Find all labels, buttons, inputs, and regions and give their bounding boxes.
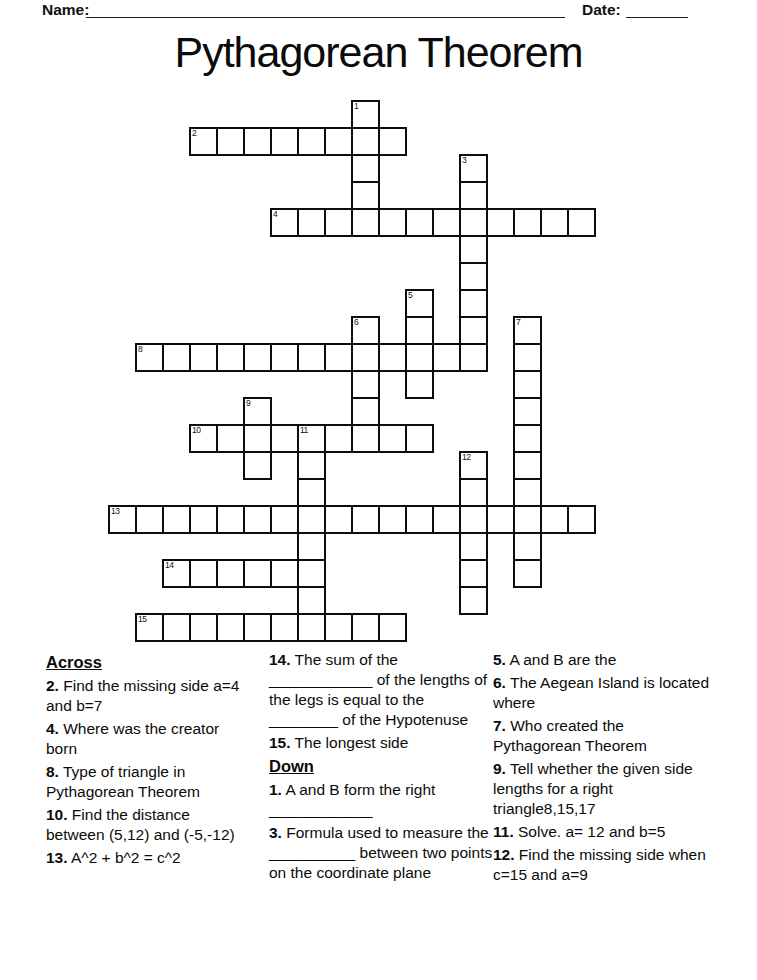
grid-cell-r16c13[interactable] [459, 532, 488, 561]
grid-cell-r17c7[interactable] [297, 559, 326, 588]
clue-across-4: 4. Where was the creator born [46, 719, 251, 759]
grid-cell-r7c11[interactable]: 5 [405, 289, 434, 318]
grid-cell-r1c6[interactable] [270, 127, 299, 156]
clue-down-11: 11. Solve. a= 12 and b=5 [493, 822, 713, 842]
crossword-grid: 123456789101112131415 [108, 100, 596, 642]
grid-cell-r13c5[interactable] [243, 451, 272, 480]
grid-cell-r19c4[interactable] [216, 613, 245, 642]
grid-cell-r8c11[interactable] [405, 316, 434, 345]
grid-cell-r9c13[interactable] [459, 343, 488, 372]
grid-cell-r14c7[interactable] [297, 478, 326, 507]
clue-column-1: Across2. Find the missing side a=4 and b… [46, 650, 251, 871]
grid-cell-r9c12[interactable] [432, 343, 461, 372]
grid-cell-r4c6[interactable]: 4 [270, 208, 299, 237]
grid-cell-r15c5[interactable] [243, 505, 272, 534]
grid-cell-r9c2[interactable] [162, 343, 191, 372]
grid-cell-r13c13[interactable]: 12 [459, 451, 488, 480]
grid-cell-r0c9[interactable]: 1 [351, 100, 380, 129]
clue-across-10: 10. Find the distance between (5,12) and… [46, 805, 251, 845]
grid-cell-r12c11[interactable] [405, 424, 434, 453]
grid-cell-r15c2[interactable] [162, 505, 191, 534]
clue-down-7: 7. Who created the Pythagorean Theorem [493, 716, 713, 756]
grid-cell-r3c13[interactable] [459, 181, 488, 210]
clue-column-2: 14. The sum of the ____________ of the l… [269, 650, 497, 886]
cell-number-3: 3 [462, 156, 466, 165]
grid-cell-r13c7[interactable] [297, 451, 326, 480]
grid-cell-r9c1[interactable]: 8 [135, 343, 164, 372]
grid-cell-r6c13[interactable] [459, 262, 488, 291]
grid-cell-r9c9[interactable] [351, 343, 380, 372]
grid-cell-r8c13[interactable] [459, 316, 488, 345]
grid-cell-r4c9[interactable] [351, 208, 380, 237]
grid-cell-r4c8[interactable] [324, 208, 353, 237]
grid-cell-r4c7[interactable] [297, 208, 326, 237]
grid-cell-r4c11[interactable] [405, 208, 434, 237]
grid-cell-r1c4[interactable] [216, 127, 245, 156]
grid-cell-r17c3[interactable] [189, 559, 218, 588]
cell-number-10: 10 [192, 426, 200, 435]
cell-number-14: 14 [165, 561, 173, 570]
grid-cell-r14c13[interactable] [459, 478, 488, 507]
grid-cell-r10c11[interactable] [405, 370, 434, 399]
grid-cell-r17c2[interactable]: 14 [162, 559, 191, 588]
grid-cell-r4c14[interactable] [486, 208, 515, 237]
date-field-label: Date: [582, 1, 621, 19]
grid-cell-r19c9[interactable] [351, 613, 380, 642]
grid-cell-r19c2[interactable] [162, 613, 191, 642]
clue-column-3: 5. A and B are the6. The Aegean Island i… [493, 650, 713, 888]
name-field-line[interactable] [86, 2, 565, 18]
grid-cell-r9c10[interactable] [378, 343, 407, 372]
grid-cell-r17c15[interactable] [513, 559, 542, 588]
grid-cell-r15c11[interactable] [405, 505, 434, 534]
grid-cell-r8c9[interactable]: 6 [351, 316, 380, 345]
clue-across-13: 13. A^2 + b^2 = c^2 [46, 848, 251, 868]
grid-cell-r11c15[interactable] [513, 397, 542, 426]
grid-cell-r15c7[interactable] [297, 505, 326, 534]
grid-cell-r19c6[interactable] [270, 613, 299, 642]
cell-number-6: 6 [354, 318, 358, 327]
grid-cell-r1c8[interactable] [324, 127, 353, 156]
grid-cell-r15c15[interactable] [513, 505, 542, 534]
grid-cell-r1c3[interactable]: 2 [189, 127, 218, 156]
grid-cell-r19c7[interactable] [297, 613, 326, 642]
grid-cell-r12c9[interactable] [351, 424, 380, 453]
grid-cell-r10c9[interactable] [351, 370, 380, 399]
grid-cell-r17c4[interactable] [216, 559, 245, 588]
cell-number-13: 13 [111, 507, 119, 516]
grid-cell-r5c13[interactable] [459, 235, 488, 264]
cell-number-15: 15 [138, 615, 146, 624]
grid-cell-r18c13[interactable] [459, 586, 488, 615]
grid-cell-r9c7[interactable] [297, 343, 326, 372]
grid-cell-r15c0[interactable]: 13 [108, 505, 137, 534]
cell-number-4: 4 [273, 210, 277, 219]
clue-down-9: 9. Tell whether the given side lengths f… [493, 759, 713, 819]
grid-cell-r15c16[interactable] [540, 505, 569, 534]
cell-number-11: 11 [300, 426, 308, 435]
cell-number-12: 12 [462, 453, 470, 462]
clue-down-12: 12. Find the missing side when c=15 and … [493, 845, 713, 885]
grid-cell-r9c4[interactable] [216, 343, 245, 372]
grid-cell-r9c5[interactable] [243, 343, 272, 372]
grid-cell-r15c4[interactable] [216, 505, 245, 534]
grid-cell-r15c1[interactable] [135, 505, 164, 534]
grid-cell-r3c9[interactable] [351, 181, 380, 210]
grid-cell-r9c6[interactable] [270, 343, 299, 372]
grid-cell-r2c9[interactable] [351, 154, 380, 183]
worksheet-title: Pythagorean Theorem [0, 28, 757, 77]
grid-cell-r4c10[interactable] [378, 208, 407, 237]
grid-cell-r4c12[interactable] [432, 208, 461, 237]
grid-cell-r11c9[interactable] [351, 397, 380, 426]
clue-across-2: 2. Find the missing side a=4 and b=7 [46, 676, 251, 716]
grid-cell-r12c3[interactable]: 10 [189, 424, 218, 453]
grid-cell-r18c7[interactable] [297, 586, 326, 615]
grid-cell-r12c6[interactable] [270, 424, 299, 453]
cell-number-8: 8 [138, 345, 142, 354]
grid-cell-r15c9[interactable] [351, 505, 380, 534]
clue-down-3: 3. Formula used to measure the _________… [269, 823, 497, 883]
grid-cell-r8c15[interactable]: 7 [513, 316, 542, 345]
grid-cell-r12c5[interactable] [243, 424, 272, 453]
cell-number-5: 5 [408, 291, 412, 300]
grid-cell-r15c13[interactable] [459, 505, 488, 534]
grid-cell-r15c14[interactable] [486, 505, 515, 534]
grid-cell-r12c4[interactable] [216, 424, 245, 453]
grid-cell-r16c7[interactable] [297, 532, 326, 561]
clue-across-15: 15. The longest side [269, 733, 497, 753]
grid-cell-r19c5[interactable] [243, 613, 272, 642]
grid-cell-r16c15[interactable] [513, 532, 542, 561]
grid-cell-r4c17[interactable] [567, 208, 596, 237]
grid-cell-r12c8[interactable] [324, 424, 353, 453]
grid-cell-r15c12[interactable] [432, 505, 461, 534]
cell-number-1: 1 [354, 102, 358, 111]
grid-cell-r13c15[interactable] [513, 451, 542, 480]
grid-cell-r14c15[interactable] [513, 478, 542, 507]
grid-cell-r17c6[interactable] [270, 559, 299, 588]
grid-cell-r12c7[interactable]: 11 [297, 424, 326, 453]
clue-down-5: 5. A and B are the [493, 650, 713, 670]
worksheet-page: Name: Date: Pythagorean Theorem 12345678… [0, 0, 757, 980]
clue-list-header-across: Across [46, 652, 251, 672]
grid-cell-r15c8[interactable] [324, 505, 353, 534]
grid-cell-r15c6[interactable] [270, 505, 299, 534]
grid-cell-r9c11[interactable] [405, 343, 434, 372]
grid-cell-r4c13[interactable] [459, 208, 488, 237]
date-field-line[interactable] [626, 2, 688, 18]
grid-cell-r15c17[interactable] [567, 505, 596, 534]
clue-across-8: 8. Type of triangle in Pythagorean Theor… [46, 762, 251, 802]
grid-cell-r1c9[interactable] [351, 127, 380, 156]
grid-cell-r9c15[interactable] [513, 343, 542, 372]
grid-cell-r4c16[interactable] [540, 208, 569, 237]
grid-cell-r12c10[interactable] [378, 424, 407, 453]
cell-number-2: 2 [192, 129, 196, 138]
grid-cell-r1c5[interactable] [243, 127, 272, 156]
grid-cell-r15c10[interactable] [378, 505, 407, 534]
grid-cell-r19c10[interactable] [378, 613, 407, 642]
grid-cell-r9c8[interactable] [324, 343, 353, 372]
grid-cell-r19c3[interactable] [189, 613, 218, 642]
grid-cell-r9c3[interactable] [189, 343, 218, 372]
grid-cell-r19c1[interactable]: 15 [135, 613, 164, 642]
grid-cell-r7c13[interactable] [459, 289, 488, 318]
grid-cell-r1c7[interactable] [297, 127, 326, 156]
cell-number-9: 9 [246, 399, 250, 408]
cell-number-7: 7 [516, 318, 520, 327]
grid-cell-r19c8[interactable] [324, 613, 353, 642]
clue-down-1: 1. A and B form the right ____________ [269, 780, 497, 820]
grid-cell-r10c15[interactable] [513, 370, 542, 399]
name-field-label: Name: [42, 1, 89, 19]
grid-cell-r4c15[interactable] [513, 208, 542, 237]
clue-down-6: 6. The Aegean Island is located where [493, 673, 713, 713]
grid-cell-r2c13[interactable]: 3 [459, 154, 488, 183]
clue-list-header-down: Down [269, 756, 497, 776]
grid-cell-r12c15[interactable] [513, 424, 542, 453]
grid-cell-r17c5[interactable] [243, 559, 272, 588]
clue-across-14: 14. The sum of the ____________ of the l… [269, 650, 497, 730]
grid-cell-r1c10[interactable] [378, 127, 407, 156]
grid-cell-r17c13[interactable] [459, 559, 488, 588]
grid-cell-r11c5[interactable]: 9 [243, 397, 272, 426]
grid-cell-r15c3[interactable] [189, 505, 218, 534]
